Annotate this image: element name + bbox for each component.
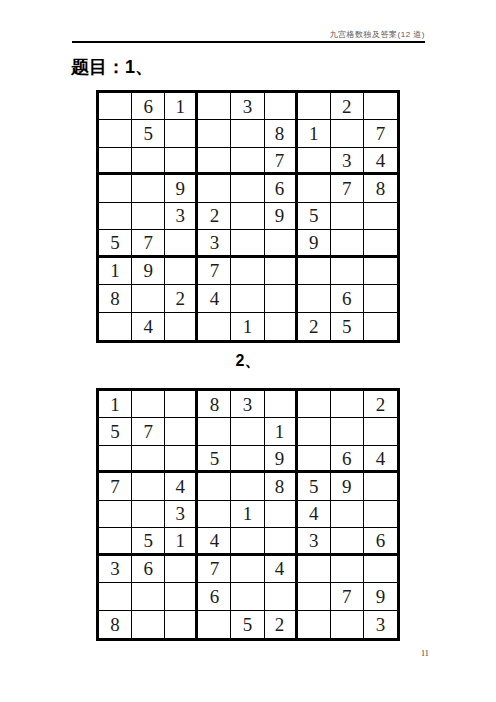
- sudoku-cell-r8c4: 6: [198, 583, 231, 610]
- sudoku-cell-r7c8: [331, 258, 364, 285]
- sudoku-cell-r4c8: 7: [331, 175, 364, 202]
- sudoku-cell-r6c1: 5: [99, 230, 132, 257]
- sudoku-cell-r5c7: 4: [298, 501, 331, 528]
- sudoku-cell-r5c5: [231, 203, 264, 230]
- sudoku-cell-r1c6: [265, 391, 298, 418]
- sudoku-cell-r8c4: 4: [198, 285, 231, 312]
- sudoku-cell-r3c4: 5: [198, 446, 231, 473]
- sudoku-cell-r8c1: [99, 583, 132, 610]
- sudoku-cell-r3c7: [298, 446, 331, 473]
- sudoku-cell-r9c9: [364, 313, 397, 340]
- sudoku-cell-r9c7: [298, 611, 331, 638]
- sudoku-cell-r1c8: [331, 391, 364, 418]
- sudoku-cell-r1c1: [99, 93, 132, 120]
- sudoku-cell-r8c2: [132, 285, 165, 312]
- sudoku-cell-r2c2: 7: [132, 418, 165, 445]
- sudoku-cell-r3c7: [298, 148, 331, 175]
- sudoku-cell-r2c9: 7: [364, 120, 397, 147]
- sudoku-cell-r6c7: 9: [298, 230, 331, 257]
- sudoku-cell-r3c9: 4: [364, 446, 397, 473]
- sudoku-cell-r4c8: 9: [331, 473, 364, 500]
- sudoku-grid-2: 18325715964748593145143636746798523: [96, 388, 400, 641]
- sudoku-cell-r3c6: 9: [265, 446, 298, 473]
- sudoku-cell-r2c6: 8: [265, 120, 298, 147]
- sudoku-cell-r5c8: [331, 203, 364, 230]
- sudoku-cell-r3c4: [198, 148, 231, 175]
- sudoku-cell-r8c7: [298, 285, 331, 312]
- sudoku-cell-r2c4: [198, 418, 231, 445]
- sudoku-cell-r6c9: [364, 230, 397, 257]
- sudoku-cell-r4c9: [364, 473, 397, 500]
- sudoku-cell-r9c7: 2: [298, 313, 331, 340]
- sudoku-cell-r8c9: [364, 285, 397, 312]
- sudoku-cell-r4c7: 5: [298, 473, 331, 500]
- sudoku-cell-r2c1: 5: [99, 418, 132, 445]
- sudoku-cell-r1c3: [165, 391, 198, 418]
- sudoku-cell-r2c3: [165, 418, 198, 445]
- sudoku-cell-r8c7: [298, 583, 331, 610]
- sudoku-cell-r1c3: 1: [165, 93, 198, 120]
- sudoku-cell-r6c6: [265, 230, 298, 257]
- sudoku-cell-r1c7: [298, 391, 331, 418]
- sudoku-cell-r1c9: [364, 93, 397, 120]
- sudoku-cell-r7c4: 7: [198, 556, 231, 583]
- sudoku-cell-r1c2: [132, 391, 165, 418]
- sudoku-cell-r3c9: 4: [364, 148, 397, 175]
- sudoku-cell-r2c6: 1: [265, 418, 298, 445]
- sudoku-cell-r2c9: [364, 418, 397, 445]
- sudoku-cell-r8c8: 6: [331, 285, 364, 312]
- sudoku-cell-r4c4: [198, 473, 231, 500]
- header-divider-line: [72, 41, 425, 43]
- sudoku-cell-r9c9: 3: [364, 611, 397, 638]
- sudoku-cell-r1c9: 2: [364, 391, 397, 418]
- sudoku-cell-r8c5: [231, 583, 264, 610]
- sudoku-cell-r3c6: 7: [265, 148, 298, 175]
- sudoku-cell-r3c1: [99, 446, 132, 473]
- sudoku-grid-1: 6132581773496783295573919782464125: [96, 90, 400, 343]
- sudoku-cell-r9c1: [99, 313, 132, 340]
- sudoku-cell-r9c6: 2: [265, 611, 298, 638]
- sudoku-cell-r8c6: [265, 285, 298, 312]
- sudoku-cell-r6c3: [165, 230, 198, 257]
- sudoku-cell-r3c8: 6: [331, 446, 364, 473]
- sudoku-cell-r4c2: [132, 175, 165, 202]
- sudoku-cell-r5c4: [198, 501, 231, 528]
- sudoku-cell-r9c3: [165, 611, 198, 638]
- sudoku-cell-r1c1: 1: [99, 391, 132, 418]
- sudoku-cell-r1c5: 3: [231, 391, 264, 418]
- sudoku-cell-r9c1: 8: [99, 611, 132, 638]
- sudoku-cell-r4c5: [231, 175, 264, 202]
- page-header-text: 九宫格数独及答案(12 道): [330, 29, 425, 40]
- sudoku-cell-r6c3: 1: [165, 528, 198, 555]
- sudoku-cell-r9c8: [331, 611, 364, 638]
- sudoku-cell-r5c4: 2: [198, 203, 231, 230]
- sudoku-cell-r1c8: 2: [331, 93, 364, 120]
- sudoku-cell-r6c2: 7: [132, 230, 165, 257]
- sudoku-cell-r7c9: [364, 258, 397, 285]
- sudoku-cell-r7c2: 6: [132, 556, 165, 583]
- sudoku-cell-r7c4: 7: [198, 258, 231, 285]
- sudoku-cell-r4c6: 8: [265, 473, 298, 500]
- sudoku-cell-r9c2: [132, 611, 165, 638]
- sudoku-cell-r7c6: 4: [265, 556, 298, 583]
- sudoku-cell-r5c6: [265, 501, 298, 528]
- sudoku-cell-r4c2: [132, 473, 165, 500]
- sudoku-cell-r5c7: 5: [298, 203, 331, 230]
- sudoku-cell-r4c4: [198, 175, 231, 202]
- sudoku-cell-r6c4: 4: [198, 528, 231, 555]
- sudoku-cell-r7c3: [165, 258, 198, 285]
- sudoku-cell-r1c6: [265, 93, 298, 120]
- sudoku-cell-r3c2: [132, 148, 165, 175]
- sudoku-cell-r2c8: [331, 418, 364, 445]
- sudoku-cell-r3c3: [165, 148, 198, 175]
- sudoku-cell-r5c8: [331, 501, 364, 528]
- sudoku-cell-r7c7: [298, 258, 331, 285]
- sudoku-cell-r9c8: 5: [331, 313, 364, 340]
- sudoku-cell-r9c2: 4: [132, 313, 165, 340]
- sudoku-cell-r4c3: 9: [165, 175, 198, 202]
- sudoku-cell-r8c1: 8: [99, 285, 132, 312]
- sudoku-cell-r1c2: 6: [132, 93, 165, 120]
- sudoku-cell-r5c1: [99, 501, 132, 528]
- sudoku-cell-r4c9: 8: [364, 175, 397, 202]
- sudoku-cell-r9c6: [265, 313, 298, 340]
- sudoku-cell-r8c5: [231, 285, 264, 312]
- page-number: 11: [421, 649, 429, 658]
- sudoku-cell-r7c5: [231, 258, 264, 285]
- sudoku-cell-r7c5: [231, 556, 264, 583]
- sudoku-cell-r5c3: 3: [165, 501, 198, 528]
- sudoku-cell-r2c2: 5: [132, 120, 165, 147]
- sudoku-cell-r2c4: [198, 120, 231, 147]
- sudoku-cell-r4c7: [298, 175, 331, 202]
- sudoku-cell-r3c1: [99, 148, 132, 175]
- sudoku-cell-r9c5: 1: [231, 313, 264, 340]
- sudoku-cell-r6c8: [331, 230, 364, 257]
- sudoku-cell-r9c4: [198, 611, 231, 638]
- sudoku-cell-r6c9: 6: [364, 528, 397, 555]
- sudoku-cell-r3c5: [231, 446, 264, 473]
- sudoku-cell-r6c4: 3: [198, 230, 231, 257]
- sudoku-cell-r4c6: 6: [265, 175, 298, 202]
- sudoku-cell-r7c1: 3: [99, 556, 132, 583]
- sudoku-cell-r4c3: 4: [165, 473, 198, 500]
- sudoku-cell-r4c1: [99, 175, 132, 202]
- sudoku-cell-r2c5: [231, 120, 264, 147]
- sudoku-cell-r6c2: 5: [132, 528, 165, 555]
- sudoku-cell-r5c1: [99, 203, 132, 230]
- sudoku-cell-r1c4: 8: [198, 391, 231, 418]
- sudoku-cell-r8c3: [165, 583, 198, 610]
- sudoku-cell-r2c7: 1: [298, 120, 331, 147]
- sudoku-cell-r5c9: [364, 501, 397, 528]
- sudoku-cell-r7c9: [364, 556, 397, 583]
- sudoku-cell-r9c5: 5: [231, 611, 264, 638]
- sudoku-cell-r6c5: [231, 528, 264, 555]
- document-page: 九宫格数独及答案(12 道) 题目：1、 6132581773496783295…: [0, 0, 496, 702]
- sudoku-cell-r2c7: [298, 418, 331, 445]
- sudoku-cell-r8c3: 2: [165, 285, 198, 312]
- sudoku-cell-r5c6: 9: [265, 203, 298, 230]
- sudoku-cell-r7c3: [165, 556, 198, 583]
- sudoku-cell-r2c8: [331, 120, 364, 147]
- sudoku-cell-r7c2: 9: [132, 258, 165, 285]
- sudoku-cell-r3c2: [132, 446, 165, 473]
- sudoku-cell-r8c8: 7: [331, 583, 364, 610]
- sudoku-cell-r9c4: [198, 313, 231, 340]
- sudoku-cell-r1c5: 3: [231, 93, 264, 120]
- sudoku-cell-r8c9: 9: [364, 583, 397, 610]
- sudoku-cell-r8c2: [132, 583, 165, 610]
- sudoku-cell-r5c3: 3: [165, 203, 198, 230]
- sudoku-cell-r6c6: [265, 528, 298, 555]
- section-title: 题目：1、: [71, 55, 153, 79]
- sudoku-cell-r3c3: [165, 446, 198, 473]
- sudoku-cell-r2c3: [165, 120, 198, 147]
- sudoku-cell-r4c1: 7: [99, 473, 132, 500]
- sudoku-cell-r1c4: [198, 93, 231, 120]
- sudoku-cell-r8c6: [265, 583, 298, 610]
- sudoku-cell-r3c5: [231, 148, 264, 175]
- puzzle-2-label: 2、: [96, 351, 400, 372]
- sudoku-cell-r4c5: [231, 473, 264, 500]
- sudoku-cell-r7c6: [265, 258, 298, 285]
- sudoku-cell-r6c1: [99, 528, 132, 555]
- sudoku-cell-r5c2: [132, 203, 165, 230]
- sudoku-cell-r6c5: [231, 230, 264, 257]
- sudoku-cell-r5c2: [132, 501, 165, 528]
- sudoku-cell-r2c5: [231, 418, 264, 445]
- sudoku-cell-r3c8: 3: [331, 148, 364, 175]
- sudoku-cell-r6c8: [331, 528, 364, 555]
- sudoku-cell-r7c8: [331, 556, 364, 583]
- sudoku-cell-r5c5: 1: [231, 501, 264, 528]
- sudoku-cell-r1c7: [298, 93, 331, 120]
- sudoku-cell-r5c9: [364, 203, 397, 230]
- sudoku-cell-r2c1: [99, 120, 132, 147]
- sudoku-cell-r7c1: 1: [99, 258, 132, 285]
- sudoku-cell-r7c7: [298, 556, 331, 583]
- sudoku-cell-r9c3: [165, 313, 198, 340]
- sudoku-cell-r6c7: 3: [298, 528, 331, 555]
